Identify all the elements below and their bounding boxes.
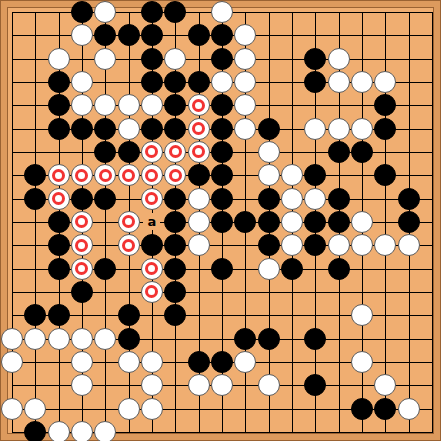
stone-black[interactable] [24,421,46,441]
stone-white[interactable] [188,188,210,210]
stone-white-marked[interactable] [188,94,210,116]
stone-white[interactable] [71,71,93,93]
go-diagram: a [0,0,441,441]
red-circle-marker [192,145,205,158]
stone-black[interactable] [211,141,233,163]
stone-black[interactable] [374,94,396,116]
grid-line-vertical [432,12,433,433]
stone-black[interactable] [24,164,46,186]
stone-white[interactable] [351,351,373,373]
stone-white[interactable] [281,164,303,186]
stone-black[interactable] [48,304,70,326]
stone-white[interactable] [24,328,46,350]
stone-white[interactable] [281,211,303,233]
stone-black[interactable] [24,304,46,326]
stone-black[interactable] [211,188,233,210]
stone-white[interactable] [211,1,233,23]
stone-black[interactable] [258,211,280,233]
stone-white[interactable] [304,188,326,210]
stone-white[interactable] [71,374,93,396]
red-circle-marker [122,239,135,252]
red-circle-marker [169,169,182,182]
stone-white[interactable] [48,48,70,70]
stone-black[interactable] [48,94,70,116]
stone-white[interactable] [328,71,350,93]
red-circle-marker [75,169,88,182]
stone-black[interactable] [141,48,163,70]
stone-white[interactable] [71,94,93,116]
stone-black[interactable] [118,141,140,163]
stone-white[interactable] [304,118,326,140]
stone-black[interactable] [94,24,116,46]
stone-black[interactable] [71,1,93,23]
stone-black[interactable] [328,211,350,233]
stone-black[interactable] [24,188,46,210]
stone-black[interactable] [398,188,420,210]
stone-white[interactable] [374,234,396,256]
stone-black[interactable] [164,258,186,280]
stone-black[interactable] [188,164,210,186]
red-circle-marker [122,169,135,182]
stone-black[interactable] [118,24,140,46]
red-circle-marker [145,262,158,275]
stone-white[interactable] [351,118,373,140]
stone-white[interactable] [328,48,350,70]
stone-black[interactable] [118,328,140,350]
stone-white-marked[interactable] [71,211,93,233]
stone-white-marked[interactable] [141,188,163,210]
red-circle-marker [52,169,65,182]
stone-black[interactable] [141,24,163,46]
stone-black[interactable] [71,281,93,303]
stone-black[interactable] [211,118,233,140]
stone-white-marked[interactable] [188,118,210,140]
stone-white-marked[interactable] [164,164,186,186]
stone-black[interactable] [71,188,93,210]
stone-black[interactable] [164,94,186,116]
stone-white[interactable] [258,164,280,186]
stone-black[interactable] [141,71,163,93]
goban-board[interactable]: a [0,0,441,441]
stone-white[interactable] [351,234,373,256]
stone-white[interactable] [94,1,116,23]
stone-black[interactable] [48,258,70,280]
stone-white[interactable] [234,24,256,46]
stone-black[interactable] [281,258,303,280]
stone-black[interactable] [164,304,186,326]
stone-black[interactable] [374,118,396,140]
red-circle-marker [122,215,135,228]
stone-white[interactable] [234,351,256,373]
red-circle-marker [52,192,65,205]
stone-black[interactable] [304,48,326,70]
stone-white[interactable] [94,328,116,350]
stone-black[interactable] [211,258,233,280]
stone-white[interactable] [24,398,46,420]
stone-black[interactable] [164,211,186,233]
red-circle-marker [192,122,205,135]
stone-white-marked[interactable] [188,141,210,163]
stone-black[interactable] [304,328,326,350]
stone-black[interactable] [374,164,396,186]
stone-black[interactable] [304,211,326,233]
stone-white[interactable] [281,188,303,210]
stone-black[interactable] [211,48,233,70]
stone-black[interactable] [71,118,93,140]
stone-white[interactable] [374,374,396,396]
stone-white[interactable] [71,328,93,350]
stone-black[interactable] [398,211,420,233]
stone-black[interactable] [328,188,350,210]
red-circle-marker [99,169,112,182]
stone-white-marked[interactable] [118,234,140,256]
stone-white-marked[interactable] [164,141,186,163]
stone-white-marked[interactable] [141,164,163,186]
stone-black[interactable] [48,211,70,233]
stone-white[interactable] [71,421,93,441]
stone-white-marked[interactable] [48,188,70,210]
stone-black[interactable] [258,188,280,210]
stone-black[interactable] [48,234,70,256]
stone-black[interactable] [211,164,233,186]
stone-black[interactable] [211,211,233,233]
stone-black[interactable] [211,94,233,116]
stone-black[interactable] [211,24,233,46]
stone-white-marked[interactable] [48,164,70,186]
stone-black[interactable] [304,374,326,396]
stone-black[interactable] [258,234,280,256]
red-circle-marker [75,239,88,252]
stone-black[interactable] [328,141,350,163]
stone-black[interactable] [188,351,210,373]
stone-black[interactable] [234,328,256,350]
red-circle-marker [192,99,205,112]
red-circle-marker [145,285,158,298]
stone-black[interactable] [141,1,163,23]
stone-white[interactable] [1,328,23,350]
stone-black[interactable] [164,1,186,23]
stone-black[interactable] [141,118,163,140]
stone-white[interactable] [118,118,140,140]
stone-white[interactable] [141,374,163,396]
stone-white-marked[interactable] [94,164,116,186]
stone-white[interactable] [1,351,23,373]
stone-white[interactable] [1,398,23,420]
stone-white[interactable] [188,211,210,233]
red-circle-marker [75,215,88,228]
stone-white[interactable] [374,71,396,93]
stone-white[interactable] [48,328,70,350]
stone-white[interactable] [258,374,280,396]
stone-black[interactable] [164,281,186,303]
stone-white-marked[interactable] [141,141,163,163]
stone-black[interactable] [164,234,186,256]
stone-white[interactable] [141,94,163,116]
stone-black[interactable] [258,118,280,140]
stone-black[interactable] [94,188,116,210]
stone-white[interactable] [351,211,373,233]
point-label-a[interactable]: a [143,213,160,230]
stone-black[interactable] [48,71,70,93]
stone-white[interactable] [234,48,256,70]
stone-white[interactable] [71,24,93,46]
stone-white[interactable] [211,71,233,93]
stone-white-marked[interactable] [118,211,140,233]
red-circle-marker [169,145,182,158]
stone-white[interactable] [141,398,163,420]
stone-black[interactable] [164,71,186,93]
stone-black[interactable] [234,211,256,233]
red-circle-marker [145,169,158,182]
stone-white[interactable] [48,421,70,441]
stone-white[interactable] [118,94,140,116]
stone-black[interactable] [374,398,396,420]
stone-white[interactable] [211,374,233,396]
stone-white[interactable] [94,48,116,70]
stone-black[interactable] [351,398,373,420]
stone-white[interactable] [328,118,350,140]
stone-white[interactable] [94,94,116,116]
stone-white-marked[interactable] [71,234,93,256]
red-circle-marker [145,145,158,158]
red-circle-marker [145,192,158,205]
stone-white[interactable] [258,258,280,280]
stone-white-marked[interactable] [141,258,163,280]
stone-white[interactable] [71,351,93,373]
stone-white[interactable] [351,304,373,326]
stone-black[interactable] [94,258,116,280]
stone-black[interactable] [164,118,186,140]
stone-white[interactable] [258,141,280,163]
stone-white[interactable] [398,234,420,256]
stone-white[interactable] [281,234,303,256]
red-circle-marker [75,262,88,275]
stone-black[interactable] [94,141,116,163]
stone-black[interactable] [328,258,350,280]
goban-grid: a [12,12,434,434]
stone-black[interactable] [351,141,373,163]
stone-black[interactable] [141,234,163,256]
stone-white[interactable] [234,71,256,93]
stone-black[interactable] [188,24,210,46]
stone-black[interactable] [211,351,233,373]
stone-black[interactable] [258,328,280,350]
stone-white[interactable] [188,234,210,256]
stone-black[interactable] [118,304,140,326]
stone-white[interactable] [188,374,210,396]
stone-black[interactable] [304,234,326,256]
stone-black[interactable] [164,188,186,210]
stone-white[interactable] [351,71,373,93]
stone-white[interactable] [234,118,256,140]
stone-black[interactable] [304,71,326,93]
stone-black[interactable] [94,118,116,140]
stone-white[interactable] [141,351,163,373]
stone-white[interactable] [164,48,186,70]
stone-black[interactable] [304,164,326,186]
stone-black[interactable] [48,118,70,140]
stone-black[interactable] [188,71,210,93]
stone-white-marked[interactable] [71,164,93,186]
stone-white[interactable] [328,234,350,256]
stone-white[interactable] [118,398,140,420]
stone-white-marked[interactable] [118,164,140,186]
stone-white[interactable] [118,351,140,373]
stone-white-marked[interactable] [141,281,163,303]
stone-white[interactable] [398,398,420,420]
stone-white[interactable] [234,94,256,116]
stone-white-marked[interactable] [71,258,93,280]
stone-white[interactable] [94,421,116,441]
